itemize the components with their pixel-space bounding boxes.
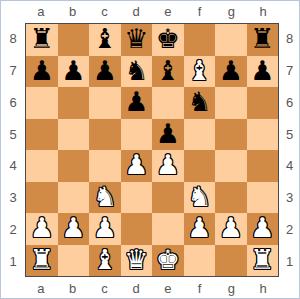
square-g2: ♟	[215, 213, 247, 245]
white-pawn-icon: ♟	[93, 214, 117, 241]
rank-label-2: 2	[1, 214, 25, 246]
square-h2: ♟	[247, 213, 279, 245]
square-d7: ♞	[121, 56, 153, 88]
file-labels-bottom: abcdefgh	[25, 278, 279, 298]
file-label-c: c	[89, 278, 121, 298]
square-b8	[58, 24, 90, 56]
white-pawn-icon: ♟	[61, 214, 85, 241]
square-h5	[247, 119, 279, 151]
square-d4: ♟	[121, 150, 153, 182]
square-c1: ♝	[89, 245, 121, 277]
square-c7: ♟	[89, 56, 121, 88]
file-label-a: a	[25, 1, 57, 22]
file-label-d: d	[120, 1, 152, 22]
square-b6	[58, 87, 90, 119]
white-pawn-icon: ♟	[30, 214, 54, 241]
black-rook-icon: ♜	[250, 25, 274, 52]
square-f7: ♝	[184, 56, 216, 88]
file-label-b: b	[57, 1, 89, 22]
file-label-f: f	[184, 1, 216, 22]
black-pawn-icon: ♟	[219, 57, 243, 84]
square-f4	[184, 150, 216, 182]
square-b5	[58, 119, 90, 151]
white-pawn-icon: ♟	[156, 151, 180, 178]
rank-label-7: 7	[1, 55, 25, 87]
file-label-d: d	[120, 278, 152, 298]
square-f6: ♞	[184, 87, 216, 119]
rank-label-8: 8	[280, 23, 299, 55]
square-a3	[26, 182, 58, 214]
square-h8: ♜	[247, 24, 279, 56]
white-rook-icon: ♜	[30, 246, 54, 273]
square-c5	[89, 119, 121, 151]
white-pawn-icon: ♟	[187, 214, 211, 241]
black-bishop-icon: ♝	[93, 25, 117, 52]
square-f5	[184, 119, 216, 151]
file-label-g: g	[216, 278, 248, 298]
square-e5: ♟	[152, 119, 184, 151]
square-g4	[215, 150, 247, 182]
black-pawn-icon: ♟	[93, 57, 117, 84]
black-rook-icon: ♜	[30, 25, 54, 52]
black-knight-icon: ♞	[124, 57, 148, 84]
white-knight-icon: ♞	[93, 183, 117, 210]
rank-label-1: 1	[280, 245, 299, 277]
square-g5	[215, 119, 247, 151]
rank-labels-right: 87654321	[280, 23, 299, 277]
square-d6: ♟	[121, 87, 153, 119]
square-a6	[26, 87, 58, 119]
white-bishop-icon: ♝	[187, 57, 211, 84]
square-g6	[215, 87, 247, 119]
square-a4	[26, 150, 58, 182]
rank-label-3: 3	[1, 182, 25, 214]
square-b2: ♟	[58, 213, 90, 245]
square-e4: ♟	[152, 150, 184, 182]
square-c4	[89, 150, 121, 182]
white-rook-icon: ♜	[250, 246, 274, 273]
black-pawn-icon: ♟	[250, 57, 274, 84]
square-c8: ♝	[89, 24, 121, 56]
rank-labels-left: 87654321	[1, 23, 25, 277]
file-label-e: e	[152, 1, 184, 22]
chess-diagram[interactable]: abcdefgh 87654321 ♜♝♛♚♜♟♟♟♞♝♝♟♟♟♞♟♟♟♞♞♟♟…	[0, 0, 300, 299]
white-pawn-icon: ♟	[219, 214, 243, 241]
square-f2: ♟	[184, 213, 216, 245]
file-label-h: h	[247, 278, 279, 298]
rank-label-8: 8	[1, 23, 25, 55]
square-c6	[89, 87, 121, 119]
square-e2	[152, 213, 184, 245]
square-a1: ♜	[26, 245, 58, 277]
rank-label-7: 7	[280, 55, 299, 87]
square-a5	[26, 119, 58, 151]
square-d2	[121, 213, 153, 245]
rank-label-3: 3	[280, 182, 299, 214]
file-label-h: h	[247, 1, 279, 22]
white-queen-icon: ♛	[124, 246, 148, 273]
file-label-e: e	[152, 278, 184, 298]
square-h7: ♟	[247, 56, 279, 88]
square-f3: ♞	[184, 182, 216, 214]
square-e3	[152, 182, 184, 214]
square-c2: ♟	[89, 213, 121, 245]
square-h4	[247, 150, 279, 182]
square-g7: ♟	[215, 56, 247, 88]
square-d8: ♛	[121, 24, 153, 56]
rank-label-6: 6	[1, 87, 25, 119]
square-b7: ♟	[58, 56, 90, 88]
square-e7: ♝	[152, 56, 184, 88]
square-a8: ♜	[26, 24, 58, 56]
square-d5	[121, 119, 153, 151]
file-labels-top: abcdefgh	[25, 1, 279, 22]
file-label-a: a	[25, 278, 57, 298]
white-pawn-icon: ♟	[124, 151, 148, 178]
file-label-g: g	[216, 1, 248, 22]
square-f8	[184, 24, 216, 56]
rank-label-5: 5	[1, 118, 25, 150]
square-b1	[58, 245, 90, 277]
square-g3	[215, 182, 247, 214]
rank-label-5: 5	[280, 118, 299, 150]
black-pawn-icon: ♟	[61, 57, 85, 84]
square-c3: ♞	[89, 182, 121, 214]
square-h3	[247, 182, 279, 214]
square-e6	[152, 87, 184, 119]
square-d3	[121, 182, 153, 214]
square-e1: ♚	[152, 245, 184, 277]
square-e8: ♚	[152, 24, 184, 56]
white-king-icon: ♚	[156, 246, 180, 273]
black-bishop-icon: ♝	[156, 57, 180, 84]
rank-label-4: 4	[1, 150, 25, 182]
black-queen-icon: ♛	[124, 25, 148, 52]
rank-label-6: 6	[280, 87, 299, 119]
square-b4	[58, 150, 90, 182]
square-a2: ♟	[26, 213, 58, 245]
black-pawn-icon: ♟	[156, 120, 180, 147]
black-pawn-icon: ♟	[124, 88, 148, 115]
square-f1	[184, 245, 216, 277]
square-g1	[215, 245, 247, 277]
white-bishop-icon: ♝	[93, 246, 117, 273]
white-knight-icon: ♞	[187, 183, 211, 210]
rank-label-1: 1	[1, 245, 25, 277]
white-pawn-icon: ♟	[250, 214, 274, 241]
black-king-icon: ♚	[156, 25, 180, 52]
square-a7: ♟	[26, 56, 58, 88]
black-knight-icon: ♞	[187, 88, 211, 115]
square-d1: ♛	[121, 245, 153, 277]
square-b3	[58, 182, 90, 214]
board: ♜♝♛♚♜♟♟♟♞♝♝♟♟♟♞♟♟♟♞♞♟♟♟♟♟♟♜♝♛♚♜	[25, 23, 279, 277]
rank-label-4: 4	[280, 150, 299, 182]
black-pawn-icon: ♟	[30, 57, 54, 84]
square-g8	[215, 24, 247, 56]
file-label-f: f	[184, 278, 216, 298]
rank-label-2: 2	[280, 214, 299, 246]
file-label-c: c	[89, 1, 121, 22]
square-h6	[247, 87, 279, 119]
file-label-b: b	[57, 278, 89, 298]
square-h1: ♜	[247, 245, 279, 277]
